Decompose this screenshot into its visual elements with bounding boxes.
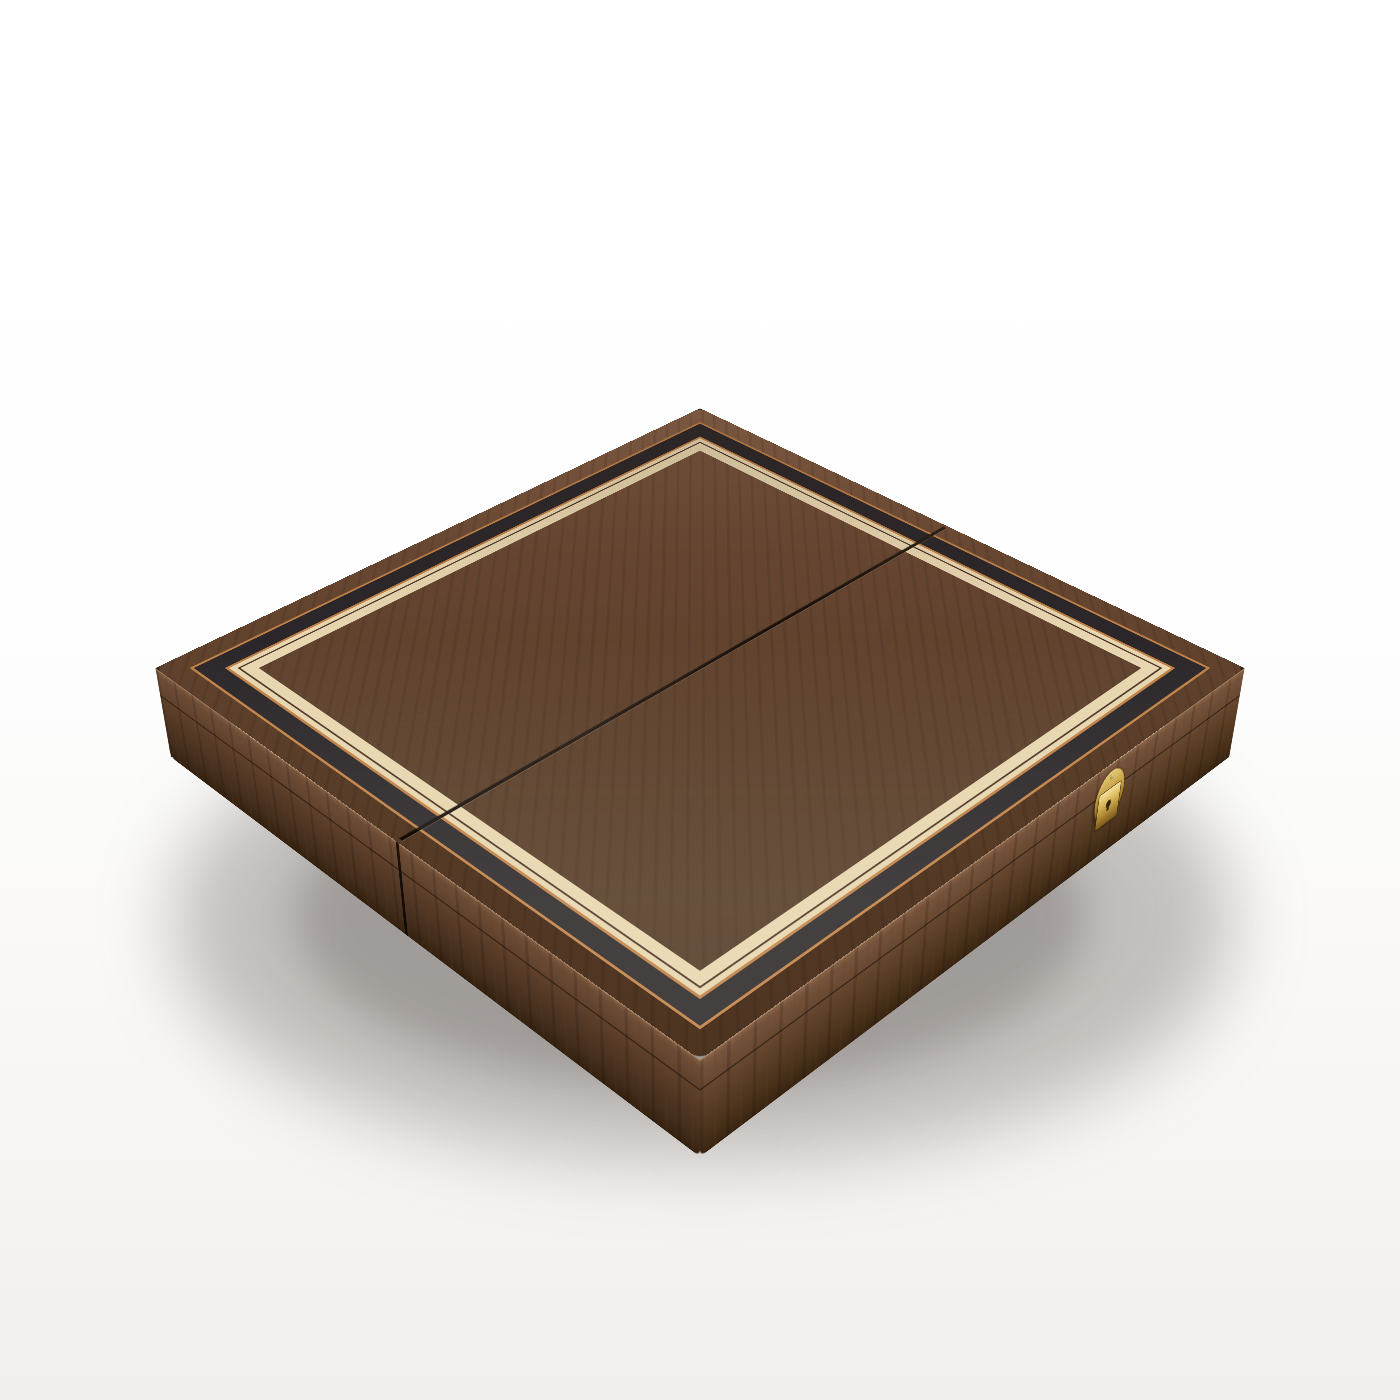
product-photo-backdrop (0, 0, 1400, 1400)
fold-seam-side (396, 841, 408, 936)
